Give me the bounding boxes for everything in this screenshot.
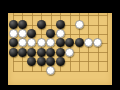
black-stone bbox=[65, 38, 74, 47]
black-stone bbox=[9, 48, 18, 57]
white-stone bbox=[46, 38, 55, 47]
go-board[interactable] bbox=[8, 13, 112, 85]
black-stone bbox=[56, 48, 65, 57]
white-stone bbox=[46, 66, 55, 75]
black-stone bbox=[18, 20, 27, 29]
white-stone bbox=[65, 48, 74, 57]
black-stone bbox=[46, 29, 55, 38]
black-stone bbox=[46, 48, 55, 57]
black-stone bbox=[56, 38, 65, 47]
white-stone bbox=[84, 38, 93, 47]
black-stone bbox=[37, 48, 46, 57]
white-stone bbox=[75, 20, 84, 29]
black-stone bbox=[27, 48, 36, 57]
white-stone bbox=[27, 38, 36, 47]
white-stone bbox=[37, 38, 46, 47]
black-stone bbox=[9, 20, 18, 29]
white-stone bbox=[18, 29, 27, 38]
black-stone bbox=[46, 57, 55, 66]
screenshot-root bbox=[0, 0, 120, 90]
white-stone bbox=[9, 29, 18, 38]
black-stone bbox=[37, 57, 46, 66]
black-stone bbox=[18, 48, 27, 57]
white-stone bbox=[93, 38, 102, 47]
black-stone bbox=[27, 29, 36, 38]
black-stone bbox=[56, 57, 65, 66]
grid-line-horizontal bbox=[13, 15, 108, 16]
white-stone bbox=[56, 29, 65, 38]
black-stone bbox=[37, 20, 46, 29]
black-stone bbox=[75, 38, 84, 47]
black-stone bbox=[56, 20, 65, 29]
black-stone bbox=[9, 38, 18, 47]
grid-line-horizontal bbox=[13, 71, 108, 72]
white-stone bbox=[18, 38, 27, 47]
black-stone bbox=[27, 57, 36, 66]
